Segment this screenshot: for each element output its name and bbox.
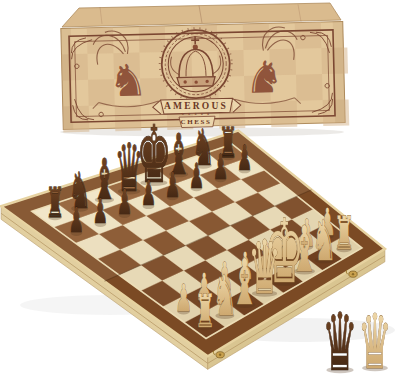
spare-queens: ♛♛ bbox=[322, 295, 392, 383]
piece-dark-q-spare-dark: ♛ bbox=[322, 295, 358, 383]
box-front-face: ♞♞ bbox=[61, 21, 349, 132]
piece-dark-p-c7: ♟ bbox=[117, 183, 133, 222]
piece-light-r-h1: ♜ bbox=[334, 205, 355, 259]
piece-dark-p-f7: ♟ bbox=[189, 156, 205, 195]
box-brand-text: AMEROUS bbox=[164, 101, 228, 111]
piece-dark-r-a8: ♜ bbox=[46, 179, 65, 227]
box-checker-cell bbox=[271, 101, 298, 128]
piece-light-n-b1: ♞ bbox=[212, 264, 237, 329]
piece-dark-p-g7: ♟ bbox=[213, 147, 229, 186]
piece-light-q-spare-light: ♛ bbox=[358, 298, 392, 383]
piece-light-r-a1: ♜ bbox=[195, 283, 216, 337]
piece-dark-p-d7: ♟ bbox=[141, 174, 157, 213]
product-photo: ♞♞ AMEROUS ★ ★ ★ ★ ★ CHESS ♜♞♟♝♟♚♟♛♟♝♟♞♟… bbox=[0, 0, 400, 383]
gift-box: ♞♞ AMEROUS ★ ★ ★ ★ ★ CHESS bbox=[60, 3, 349, 137]
piece-dark-p-h7: ♟ bbox=[237, 138, 253, 177]
knight-glyph: ♞ bbox=[108, 54, 149, 106]
piece-dark-p-e7: ♟ bbox=[165, 165, 181, 204]
piece-dark-p-b7: ♟ bbox=[93, 192, 109, 231]
piece-dark-p-a7: ♟ bbox=[69, 201, 85, 240]
box-checker-cell bbox=[296, 74, 323, 101]
box-stars: ★ ★ ★ ★ ★ bbox=[181, 112, 211, 116]
knight-glyph: ♞ bbox=[244, 51, 285, 103]
piece-light-p-a2: ♟ bbox=[175, 275, 192, 319]
